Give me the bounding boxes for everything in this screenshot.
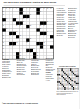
- clue-column-3: 40 Deli loaves43 Pulled tight46 Skirt st…: [31, 58, 44, 101]
- cell-number: 69: [37, 52, 38, 53]
- cell-number: 57: [9, 45, 10, 46]
- clue-number: 30: [57, 35, 59, 36]
- cell-number: 51: [50, 39, 51, 40]
- clue-number: 60: [31, 74, 33, 75]
- cell-number: 20: [37, 15, 38, 16]
- cell-number: 63: [40, 49, 41, 50]
- cell-number: 19: [30, 15, 31, 16]
- cell-number: 7: [26, 8, 27, 9]
- cell-number: 44: [13, 35, 14, 36]
- cell-number: 25: [3, 22, 4, 23]
- cell-number: 70: [3, 56, 4, 57]
- cell-number: 60: [43, 45, 44, 46]
- clue-item: 30 Hair goo: [57, 35, 68, 36]
- puzzle-note: Solve crosswords and acrostics online, g…: [57, 91, 80, 95]
- clue-item: 63 Hair color: [68, 37, 79, 38]
- cell-number: 68: [30, 52, 31, 53]
- cell-number: 65: [3, 52, 4, 53]
- cell-number: 50: [30, 39, 31, 40]
- cell-number: 8: [30, 8, 31, 9]
- previous-solution-grid: ADSSCRAMPACEDLEATHESEOLIVEGRINASTIRMENUA…: [57, 68, 79, 90]
- cell-number: 26: [13, 22, 14, 23]
- cell-number: 36: [26, 28, 27, 29]
- cell-number: 30: [16, 25, 17, 26]
- cell-number: 41: [47, 32, 48, 33]
- copyright-line: © 2024 Dow Jones & Company, Inc. All Rig…: [2, 102, 55, 104]
- clue-number: 22: [2, 77, 4, 78]
- cell-number: 12: [47, 8, 48, 9]
- cell-number: 35: [6, 28, 7, 29]
- cell-number: 56: [3, 45, 4, 46]
- clue-item: 4 All set: [46, 80, 56, 81]
- cell-number: 24: [26, 18, 27, 19]
- cell-number: 14: [3, 11, 4, 12]
- cell-number: 46: [40, 35, 41, 36]
- cell-number: 15: [23, 11, 24, 12]
- cell-number: 5: [16, 8, 17, 9]
- cell-number: 23: [23, 18, 24, 19]
- cell-number: 31: [20, 25, 21, 26]
- clue-item: 60 Overflowed: [31, 74, 44, 75]
- cell-number: 16: [40, 11, 41, 12]
- clue-column-6: 32 Strong desire34 Marsh bird36 Brag lou…: [68, 8, 79, 66]
- page-title: The WSJ Daily Crossword | Edited by Mike…: [4, 1, 77, 5]
- cell-number: 4: [13, 8, 14, 9]
- clue-column-4: 61 Shoe shine64 Citrus peel65 Not workin…: [46, 58, 56, 101]
- cell-number: 54: [26, 42, 27, 43]
- cell-number: 2: [6, 8, 7, 9]
- cell-number: 42: [3, 35, 4, 36]
- cell-number: 6: [23, 8, 24, 9]
- crossword-grid: 1234567891011121314151617181920212223242…: [2, 8, 54, 60]
- clue-column-5: 5 Avoid deftly6 Sudden shake7 Reed instr…: [57, 8, 68, 66]
- cell-number: 52: [3, 42, 4, 43]
- cell-number: 48: [3, 39, 4, 40]
- cell-number: 53: [16, 42, 17, 43]
- clue-number: 39: [17, 74, 19, 75]
- clue-item: 22 Taking it easy: [2, 77, 15, 78]
- cell-number: 21: [6, 18, 7, 19]
- cell-number: 39: [16, 32, 17, 33]
- clue-column-2: 25 Walking stick27 Messy state28 Tiny do…: [17, 58, 30, 101]
- cell-number: 27: [23, 22, 24, 23]
- page-edge: [80, 0, 81, 109]
- cell-number: 58: [13, 45, 14, 46]
- crossword-page: The WSJ Daily Crossword | Edited by Mike…: [0, 0, 80, 109]
- cell-number: 72: [37, 56, 38, 57]
- cell-number: 71: [20, 56, 21, 57]
- cell-number: 1: [3, 8, 4, 9]
- cell-number: 11: [43, 8, 44, 9]
- cell-number: 49: [16, 39, 17, 40]
- clue-column-1: ACROSS1 Quick swims6 Jam holders10 Tiny …: [2, 58, 15, 101]
- cell-number: 38: [3, 32, 4, 33]
- cell-number: 43: [9, 35, 10, 36]
- cell-number: 37: [40, 28, 41, 29]
- cell-number: 67: [26, 52, 27, 53]
- cell-number: 59: [37, 45, 38, 46]
- solution-cell: T: [77, 88, 78, 89]
- cell-number: 34: [43, 25, 44, 26]
- cell-number: 18: [20, 15, 21, 16]
- cell-number: 9: [33, 8, 34, 9]
- cell-number: 32: [30, 25, 31, 26]
- cell-number: 66: [20, 52, 21, 53]
- cell-number: 62: [33, 49, 34, 50]
- cell-number: 29: [3, 25, 4, 26]
- cell-number: 13: [50, 8, 51, 9]
- cell-number: 17: [3, 15, 4, 16]
- cell-number: 64: [50, 49, 51, 50]
- cell-number: 61: [3, 49, 4, 50]
- cell-number: 47: [43, 35, 44, 36]
- cell-number: 40: [37, 32, 38, 33]
- clue-number: 63: [68, 37, 70, 38]
- cell-number: 10: [40, 8, 41, 9]
- cell-number: 55: [43, 42, 44, 43]
- clue-number: 68: [46, 63, 48, 64]
- clue-number: 4: [46, 80, 47, 81]
- cell-number: 45: [20, 35, 21, 36]
- cell-number: 28: [47, 22, 48, 23]
- clue-item: 39 Long stretch: [17, 74, 30, 75]
- cell-number: 33: [40, 25, 41, 26]
- cell-number: 3: [9, 8, 10, 9]
- cell-number: 22: [16, 18, 17, 19]
